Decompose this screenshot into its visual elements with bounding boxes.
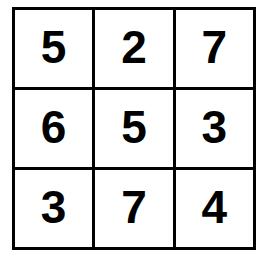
cell-r3c3: 4: [176, 170, 253, 247]
cell-r2c1: 6: [15, 90, 92, 167]
cell-r3c1: 3: [15, 170, 92, 247]
cell-r2c3: 3: [176, 90, 253, 167]
cell-r2c2: 5: [95, 90, 172, 167]
cell-r1c2: 2: [95, 10, 172, 87]
cell-r3c2: 7: [95, 170, 172, 247]
number-grid-board: 5 2 7 6 5 3 3 7 4: [12, 7, 256, 250]
cell-r1c1: 5: [15, 10, 92, 87]
cell-r1c3: 7: [176, 10, 253, 87]
